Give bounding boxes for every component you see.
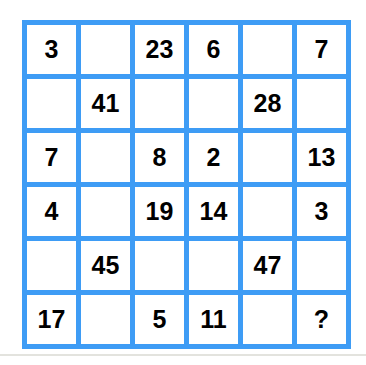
cell-r6c4: 11 xyxy=(189,295,238,344)
cell-r1c6: 7 xyxy=(297,25,346,74)
cell-r3c6: 13 xyxy=(297,133,346,182)
cell-r5c3 xyxy=(135,241,184,290)
cell-r5c1 xyxy=(27,241,76,290)
cell-r2c3 xyxy=(135,79,184,128)
cell-r3c2 xyxy=(81,133,130,182)
cell-r2c5: 28 xyxy=(243,79,292,128)
cell-r4c5 xyxy=(243,187,292,236)
cell-r4c3: 19 xyxy=(135,187,184,236)
cell-r1c1: 3 xyxy=(27,25,76,74)
puzzle-board: 32367412878213419143454717511? xyxy=(22,20,351,349)
cell-r1c3: 23 xyxy=(135,25,184,74)
cell-r3c1: 7 xyxy=(27,133,76,182)
cell-r6c5 xyxy=(243,295,292,344)
cell-r2c4 xyxy=(189,79,238,128)
cell-r4c4: 14 xyxy=(189,187,238,236)
cell-r4c1: 4 xyxy=(27,187,76,236)
cell-r4c2 xyxy=(81,187,130,236)
cell-r5c5: 47 xyxy=(243,241,292,290)
cell-r6c2 xyxy=(81,295,130,344)
cell-r6c6: ? xyxy=(297,295,346,344)
cell-r1c2 xyxy=(81,25,130,74)
cell-r6c1: 17 xyxy=(27,295,76,344)
cell-r5c2: 45 xyxy=(81,241,130,290)
cell-r5c6 xyxy=(297,241,346,290)
cell-r3c4: 2 xyxy=(189,133,238,182)
cell-r3c5 xyxy=(243,133,292,182)
cell-r4c6: 3 xyxy=(297,187,346,236)
cell-r2c6 xyxy=(297,79,346,128)
cell-r1c4: 6 xyxy=(189,25,238,74)
puzzle-page: 32367412878213419143454717511? xyxy=(0,0,366,365)
cell-r3c3: 8 xyxy=(135,133,184,182)
cell-r2c2: 41 xyxy=(81,79,130,128)
page-divider xyxy=(0,354,366,356)
cell-r1c5 xyxy=(243,25,292,74)
cell-r6c3: 5 xyxy=(135,295,184,344)
cell-r2c1 xyxy=(27,79,76,128)
cell-r5c4 xyxy=(189,241,238,290)
